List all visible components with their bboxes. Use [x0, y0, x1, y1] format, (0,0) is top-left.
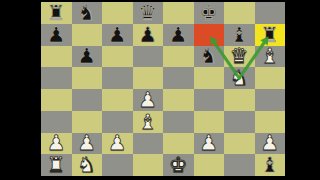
square-d5[interactable]	[133, 67, 164, 89]
video-frame: ♜♞♛♚♟♟♟♟♝♜♟♞♛♝♞♟♝♟♟♟♟♟♜♞♚♝	[0, 0, 320, 180]
square-g4[interactable]	[224, 89, 255, 111]
square-g3[interactable]	[224, 111, 255, 133]
square-d8[interactable]: ♛	[133, 2, 164, 24]
square-c8[interactable]	[102, 2, 133, 24]
square-h6[interactable]: ♝	[255, 46, 286, 68]
piece-black-bishop[interactable]: ♝	[255, 155, 286, 176]
square-f1[interactable]	[194, 154, 225, 176]
square-h1[interactable]: ♝	[255, 154, 286, 176]
piece-black-queen[interactable]: ♛	[133, 2, 164, 23]
square-f6[interactable]: ♞	[194, 46, 225, 68]
square-c1[interactable]	[102, 154, 133, 176]
square-a3[interactable]	[41, 111, 72, 133]
piece-black-knight[interactable]: ♞	[72, 2, 103, 23]
piece-black-pawn[interactable]: ♟	[102, 24, 133, 45]
square-b8[interactable]: ♞	[72, 2, 103, 24]
square-b7[interactable]	[72, 24, 103, 46]
square-h3[interactable]	[255, 111, 286, 133]
piece-white-knight[interactable]: ♞	[72, 155, 103, 176]
square-g7[interactable]: ♝	[224, 24, 255, 46]
piece-white-pawn[interactable]: ♟	[102, 133, 133, 154]
square-a4[interactable]	[41, 89, 72, 111]
square-d6[interactable]	[133, 46, 164, 68]
square-d7[interactable]: ♟	[133, 24, 164, 46]
square-a8[interactable]: ♜	[41, 2, 72, 24]
square-f7[interactable]	[194, 24, 225, 46]
square-g8[interactable]	[224, 2, 255, 24]
piece-black-rook[interactable]: ♜	[41, 2, 72, 23]
square-e1[interactable]: ♚	[163, 154, 194, 176]
square-a1[interactable]: ♜	[41, 154, 72, 176]
piece-black-knight[interactable]: ♞	[194, 46, 225, 67]
square-h4[interactable]	[255, 89, 286, 111]
square-c7[interactable]: ♟	[102, 24, 133, 46]
square-b3[interactable]	[72, 111, 103, 133]
square-e4[interactable]	[163, 89, 194, 111]
piece-black-pawn[interactable]: ♟	[163, 24, 194, 45]
square-a7[interactable]: ♟	[41, 24, 72, 46]
square-f5[interactable]	[194, 67, 225, 89]
piece-black-king[interactable]: ♚	[194, 2, 225, 23]
piece-white-pawn[interactable]: ♟	[255, 133, 286, 154]
square-a2[interactable]: ♟	[41, 133, 72, 155]
square-b2[interactable]: ♟	[72, 133, 103, 155]
square-e5[interactable]	[163, 67, 194, 89]
square-e3[interactable]	[163, 111, 194, 133]
piece-white-pawn[interactable]: ♟	[41, 133, 72, 154]
square-e7[interactable]: ♟	[163, 24, 194, 46]
piece-black-bishop[interactable]: ♝	[224, 24, 255, 45]
piece-white-knight[interactable]: ♞	[224, 68, 255, 89]
square-g2[interactable]	[224, 133, 255, 155]
square-g5[interactable]: ♞	[224, 67, 255, 89]
square-a6[interactable]	[41, 46, 72, 68]
square-d3[interactable]: ♝	[133, 111, 164, 133]
square-d2[interactable]	[133, 133, 164, 155]
piece-black-pawn[interactable]: ♟	[133, 24, 164, 45]
square-h8[interactable]	[255, 2, 286, 24]
piece-white-queen[interactable]: ♛	[224, 46, 255, 67]
piece-white-rook[interactable]: ♜	[41, 155, 72, 176]
square-a5[interactable]	[41, 67, 72, 89]
square-f2[interactable]: ♟	[194, 133, 225, 155]
square-h2[interactable]: ♟	[255, 133, 286, 155]
piece-black-pawn[interactable]: ♟	[41, 24, 72, 45]
piece-white-king[interactable]: ♚	[163, 155, 194, 176]
chess-board[interactable]: ♜♞♛♚♟♟♟♟♝♜♟♞♛♝♞♟♝♟♟♟♟♟♜♞♚♝	[41, 2, 285, 176]
square-e6[interactable]	[163, 46, 194, 68]
square-b6[interactable]: ♟	[72, 46, 103, 68]
square-h7[interactable]: ♜	[255, 24, 286, 46]
piece-white-bishop[interactable]: ♝	[133, 111, 164, 132]
square-b4[interactable]	[72, 89, 103, 111]
piece-white-pawn[interactable]: ♟	[133, 89, 164, 110]
square-c3[interactable]	[102, 111, 133, 133]
square-h5[interactable]	[255, 67, 286, 89]
square-e8[interactable]	[163, 2, 194, 24]
square-f4[interactable]	[194, 89, 225, 111]
square-c4[interactable]	[102, 89, 133, 111]
square-g1[interactable]	[224, 154, 255, 176]
square-f3[interactable]	[194, 111, 225, 133]
piece-white-pawn[interactable]: ♟	[194, 133, 225, 154]
square-c6[interactable]	[102, 46, 133, 68]
square-c2[interactable]: ♟	[102, 133, 133, 155]
square-c5[interactable]	[102, 67, 133, 89]
square-e2[interactable]	[163, 133, 194, 155]
square-b5[interactable]	[72, 67, 103, 89]
piece-black-pawn[interactable]: ♟	[72, 46, 103, 67]
piece-white-bishop[interactable]: ♝	[255, 46, 286, 67]
square-d4[interactable]: ♟	[133, 89, 164, 111]
square-d1[interactable]	[133, 154, 164, 176]
square-g6[interactable]: ♛	[224, 46, 255, 68]
square-b1[interactable]: ♞	[72, 154, 103, 176]
piece-white-pawn[interactable]: ♟	[72, 133, 103, 154]
square-f8[interactable]: ♚	[194, 2, 225, 24]
piece-black-rook[interactable]: ♜	[255, 24, 286, 45]
